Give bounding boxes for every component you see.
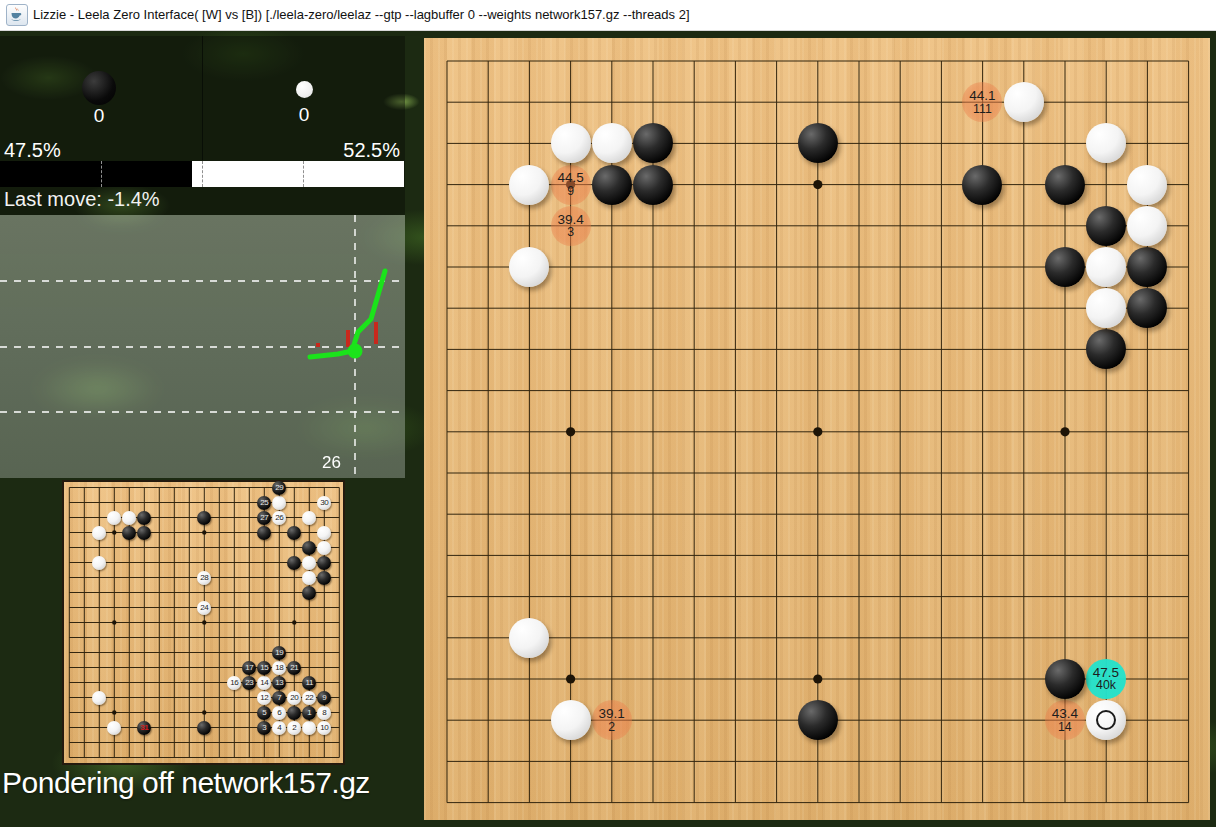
stone-black-N7: 17 [242, 661, 256, 675]
stone-black-Q14 [287, 556, 301, 570]
stone-black-O4: 5 [257, 706, 271, 720]
stone-black-Q16 [1045, 165, 1085, 205]
stone-black-Q4 [287, 706, 301, 720]
lizzie-window: Lizzie - Leela Zero Interface( [W] vs [B… [0, 0, 1216, 827]
move-number: 6 [277, 709, 281, 717]
stone-white-R5: 22 [302, 691, 316, 705]
stone-black-E16 [122, 526, 136, 540]
candidate-move-Q3[interactable]: 43.414 [1045, 700, 1085, 740]
move-number: 3 [262, 724, 266, 732]
stone-white-R14 [302, 556, 316, 570]
winrate-bar [0, 161, 404, 187]
stone-black-S5: 9 [317, 691, 331, 705]
stone-white-K11: 24 [197, 601, 211, 615]
stone-black-O3: 3 [257, 721, 271, 735]
candidate-move-D15[interactable]: 39.43 [551, 206, 591, 246]
candidate-winrate: 44.1 [969, 89, 995, 103]
stone-white-D3 [107, 721, 121, 735]
title-bar: Lizzie - Leela Zero Interface( [W] vs [B… [0, 0, 1216, 31]
move-number: 13 [275, 679, 283, 687]
stone-black-O7: 15 [257, 661, 271, 675]
candidate-move-R4[interactable]: 47.540k [1086, 659, 1126, 699]
stone-black-O16 [257, 526, 271, 540]
stone-black-R12 [1086, 329, 1126, 369]
stone-white-S16 [317, 526, 331, 540]
black-captures-count: 0 [79, 105, 119, 127]
stone-white-S15 [1127, 206, 1167, 246]
stone-white-P18 [272, 496, 286, 510]
black-captures-stone [82, 71, 116, 105]
stone-white-R3 [302, 721, 316, 735]
variation-board: 1234567891011121314151617181920212223242… [62, 480, 345, 765]
stone-white-M6: 16 [227, 676, 241, 690]
stone-white-R17 [1086, 123, 1126, 163]
candidate-visits: 3 [567, 226, 574, 239]
stone-black-O17: 27 [257, 511, 271, 525]
stone-black-Q16 [287, 526, 301, 540]
candidate-move-E3[interactable]: 39.12 [592, 700, 632, 740]
stone-black-S13 [317, 571, 331, 585]
move-number: 8 [322, 709, 326, 717]
stone-black-P8: 19 [272, 646, 286, 660]
move-number: 26 [275, 514, 283, 522]
move-number: 5 [262, 709, 266, 717]
graph-move-number: 26 [322, 453, 341, 473]
stone-black-Q4 [1045, 659, 1085, 699]
stone-black-R12 [302, 586, 316, 600]
black-winrate-label: 47.5% [4, 139, 61, 162]
java-app-icon [6, 4, 28, 26]
stone-white-C16 [509, 165, 549, 205]
last-move-marker [1096, 710, 1116, 730]
stone-white-S4: 8 [317, 706, 331, 720]
candidate-winrate: 44.5 [557, 171, 583, 185]
candidate-winrate: 39.1 [599, 707, 625, 721]
move-number: 17 [245, 664, 253, 672]
stone-black-K3 [798, 700, 838, 740]
move-number: 4 [277, 724, 281, 732]
winrate-bar-tick-75 [303, 161, 304, 187]
move-number: 29 [275, 484, 283, 492]
stone-black-F17 [137, 511, 151, 525]
stone-black-R15 [1086, 206, 1126, 246]
stone-black-R4: 1 [302, 706, 316, 720]
move-number: 16 [230, 679, 238, 687]
move-number: 9 [322, 694, 326, 702]
candidate-winrate: 39.4 [557, 213, 583, 227]
move-number: 28 [200, 574, 208, 582]
stone-white-O5: 12 [257, 691, 271, 705]
last-move-delta-label: Last move: -1.4% [4, 188, 160, 211]
move-number: 12 [260, 694, 268, 702]
move-number: 27 [260, 514, 268, 522]
move-number: 22 [305, 694, 313, 702]
stone-white-E17 [592, 123, 632, 163]
move-number: 15 [260, 664, 268, 672]
stone-black-F16 [137, 526, 151, 540]
stone-white-P18 [1004, 82, 1044, 122]
stone-black-F3: 31 [137, 721, 151, 735]
stone-black-S14 [1127, 247, 1167, 287]
coffee-cup-icon [7, 5, 25, 23]
move-number: 31 [140, 724, 148, 732]
candidate-visits: 111 [973, 103, 992, 116]
stone-black-K17 [197, 511, 211, 525]
stone-white-S15 [317, 541, 331, 555]
move-number: 30 [320, 499, 328, 507]
stone-white-O6: 14 [257, 676, 271, 690]
stone-white-P4: 6 [272, 706, 286, 720]
stone-white-R13 [302, 571, 316, 585]
candidate-move-O18[interactable]: 44.1111 [962, 82, 1002, 122]
stone-black-S14 [317, 556, 331, 570]
window-title: Lizzie - Leela Zero Interface( [W] vs [B… [33, 7, 690, 22]
winrate-bar-black [0, 161, 192, 187]
stone-black-R15 [302, 541, 316, 555]
stone-black-K3 [197, 721, 211, 735]
stone-white-S16 [1127, 165, 1167, 205]
move-number: 24 [200, 604, 208, 612]
stone-black-S13 [1127, 288, 1167, 328]
move-number: 19 [275, 649, 283, 657]
move-number: 23 [245, 679, 253, 687]
winrate-graph-plot [0, 215, 405, 478]
winrate-graph[interactable]: 26 [0, 215, 405, 478]
candidate-visits: 2 [608, 721, 615, 734]
stone-white-R13 [1086, 288, 1126, 328]
stone-white-C5 [509, 618, 549, 658]
stone-white-P3: 4 [272, 721, 286, 735]
white-winrate-label: 52.5% [343, 139, 400, 162]
stone-black-O16 [962, 165, 1002, 205]
move-number: 20 [290, 694, 298, 702]
stone-black-P19: 29 [272, 481, 286, 495]
move-number: 11 [306, 679, 314, 687]
winrate-bar-tick-25 [101, 161, 102, 187]
move-number: 25 [260, 499, 268, 507]
move-number: 10 [320, 724, 328, 732]
move-number: 18 [275, 664, 283, 672]
stone-white-C16 [92, 526, 106, 540]
stone-black-F17 [633, 123, 673, 163]
candidate-visits: 9 [567, 185, 574, 198]
candidate-visits: 40k [1096, 679, 1116, 692]
candidate-winrate: 47.5 [1093, 666, 1119, 680]
candidate-visits: 14 [1058, 721, 1072, 734]
stone-white-K13: 28 [197, 571, 211, 585]
stone-white-R3 [1086, 700, 1126, 740]
stone-layer: 1234567891011121314151617181920212223242… [62, 480, 347, 765]
stone-black-R6: 11 [302, 676, 316, 690]
stone-white-C14 [92, 556, 106, 570]
stone-white-C5 [92, 691, 106, 705]
move-number: 1 [307, 709, 311, 717]
stone-black-Q14 [1045, 247, 1085, 287]
main-go-board[interactable]: 47.540k44.111144.5943.41439.4339.12 [424, 38, 1210, 820]
stone-layer: 47.540k44.111144.5943.41439.4339.12 [426, 40, 1209, 823]
graph-current-move-dot [348, 344, 363, 359]
stone-black-E16 [592, 165, 632, 205]
stone-white-P7: 18 [272, 661, 286, 675]
stone-white-P17: 26 [272, 511, 286, 525]
stone-black-P6: 13 [272, 676, 286, 690]
winrate-bar-tick-50 [202, 161, 203, 187]
stone-black-K17 [798, 123, 838, 163]
stone-black-N6: 23 [242, 676, 256, 690]
stone-black-Q7: 21 [287, 661, 301, 675]
stone-white-S3: 10 [317, 721, 331, 735]
stone-white-C14 [509, 247, 549, 287]
move-number: 7 [277, 694, 281, 702]
pondering-status: Pondering off network157.gz [2, 766, 370, 800]
stone-white-E17 [122, 511, 136, 525]
stone-black-P5: 7 [272, 691, 286, 705]
white-captures-count: 0 [284, 104, 324, 126]
stone-white-Q5: 20 [287, 691, 301, 705]
stone-white-D3 [551, 700, 591, 740]
stone-white-D17 [107, 511, 121, 525]
move-number: 2 [292, 724, 296, 732]
candidate-move-D16[interactable]: 44.59 [551, 165, 591, 205]
move-number: 14 [260, 679, 268, 687]
stone-black-O18: 25 [257, 496, 271, 510]
candidate-winrate: 43.4 [1052, 707, 1078, 721]
stone-white-Q3: 2 [287, 721, 301, 735]
stone-black-F16 [633, 165, 673, 205]
move-number: 21 [290, 664, 298, 672]
stone-white-R14 [1086, 247, 1126, 287]
stone-white-S18: 30 [317, 496, 331, 510]
white-captures-stone [296, 81, 313, 98]
stone-white-R17 [302, 511, 316, 525]
stone-white-D17 [551, 123, 591, 163]
captures-divider [202, 36, 203, 160]
